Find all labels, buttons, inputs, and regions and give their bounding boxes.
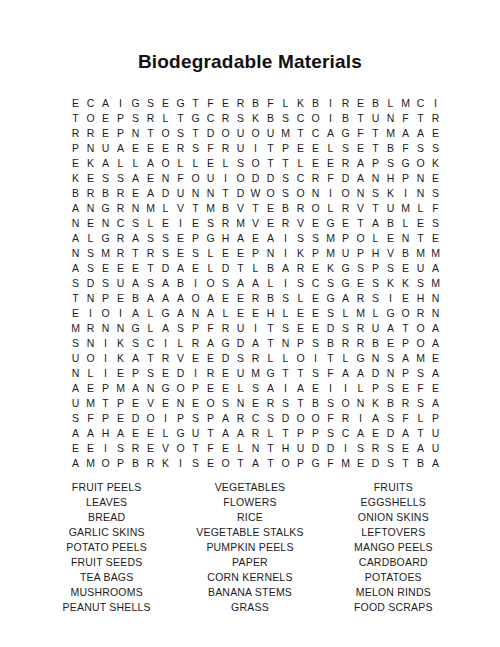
grid-cell-r14c7: A [158,290,173,305]
grid-cell-r9c2: E [83,215,98,230]
grid-cell-r1c18: I [323,95,338,110]
grid-cell-r13c20: E [353,275,368,290]
grid-cell-r24c3: I [98,440,113,455]
grid-cell-r12c5: E [128,260,143,275]
grid-cell-r6c15: S [278,170,293,185]
grid-cell-r2c14: B [263,110,278,125]
grid-cell-r17c6: C [143,335,158,350]
grid-cell-r21c13: E [248,395,263,410]
grid-cell-r2c18: I [323,110,338,125]
grid-cell-r4c5: E [128,140,143,155]
grid-cell-r13c13: A [248,275,263,290]
grid-cell-r19c19: A [338,365,353,380]
grid-cell-r6c2: E [83,170,98,185]
grid-cell-r10c16: S [293,230,308,245]
grid-cell-r10c6: S [143,230,158,245]
word-list-column3: FRUITSEGGSHELLSONION SKINSLEFTOVERSMANGO… [322,480,465,615]
word-item: FOOD SCRAPS [322,600,465,615]
grid-cell-r10c12: A [233,230,248,245]
grid-cell-r17c7: I [158,335,173,350]
grid-cell-r9c22: B [383,215,398,230]
grid-cell-r2c13: K [248,110,263,125]
grid-cell-r14c3: P [98,290,113,305]
grid-cell-r7c7: D [158,185,173,200]
grid-cell-r11c5: T [128,245,143,260]
grid-cell-r21c8: N [173,395,188,410]
grid-cell-r24c10: F [203,440,218,455]
grid-cell-r7c3: B [98,185,113,200]
grid-cell-r7c13: W [248,185,263,200]
grid-cell-r2c9: G [188,110,203,125]
grid-cell-r7c10: N [203,185,218,200]
grid-cell-r9c9: E [188,215,203,230]
grid-cell-r22c2: F [83,410,98,425]
grid-cell-r18c8: V [173,350,188,365]
grid-cell-r8c9: T [188,200,203,215]
grid-cell-r12c21: P [368,260,383,275]
grid-cell-r19c10: R [203,365,218,380]
grid-cell-r24c25: U [428,440,443,455]
grid-cell-r12c25: A [428,260,443,275]
grid-cell-r19c6: S [143,365,158,380]
grid-cell-r8c13: T [248,200,263,215]
word-item: TEA BAGS [35,570,178,585]
grid-cell-r1c10: F [203,95,218,110]
word-item: LEFTOVERS [322,525,465,540]
word-item: GRASS [178,600,321,615]
grid-cell-r24c24: A [413,440,428,455]
grid-cell-r8c11: B [218,200,233,215]
grid-cell-r14c22: I [383,290,398,305]
grid-cell-r14c8: A [173,290,188,305]
grid-cell-r17c10: A [203,335,218,350]
grid-cell-r5c2: K [83,155,98,170]
grid-cell-r4c7: E [158,140,173,155]
grid-cell-r4c12: U [233,140,248,155]
grid-cell-r25c19: M [338,455,353,470]
grid-cell-r3c22: M [383,125,398,140]
grid-cell-r13c14: L [263,275,278,290]
grid-cell-r2c7: L [158,110,173,125]
grid-cell-r19c20: A [353,365,368,380]
grid-cell-r3c2: R [83,125,98,140]
grid-cell-r13c21: S [368,275,383,290]
grid-cell-r9c4: C [113,215,128,230]
grid-cell-r9c23: L [398,215,413,230]
grid-cell-r13c7: A [158,275,173,290]
grid-cell-r17c22: E [383,335,398,350]
grid-cell-r13c4: U [113,275,128,290]
grid-cell-r6c19: D [338,170,353,185]
grid-cell-r3c7: O [158,125,173,140]
grid-cell-r21c12: N [233,395,248,410]
grid-cell-r20c5: A [128,380,143,395]
grid-cell-r22c3: P [98,410,113,425]
grid-cell-r6c6: E [143,170,158,185]
grid-cell-r17c12: D [233,335,248,350]
grid-cell-r4c6: E [143,140,158,155]
grid-cell-r23c17: P [308,425,323,440]
grid-cell-r25c6: R [143,455,158,470]
grid-cell-r2c6: R [143,110,158,125]
grid-cell-r7c18: I [323,185,338,200]
grid-cell-r23c19: C [338,425,353,440]
grid-cell-r2c24: T [413,110,428,125]
grid-cell-r10c1: A [68,230,83,245]
grid-cell-r16c11: R [218,320,233,335]
grid-cell-r11c20: P [353,245,368,260]
grid-cell-r4c9: S [188,140,203,155]
grid-cell-r22c4: E [113,410,128,425]
grid-cell-r12c4: E [113,260,128,275]
grid-cell-r16c25: A [428,320,443,335]
word-item: BREAD [35,510,178,525]
grid-cell-r7c6: A [143,185,158,200]
grid-cell-r22c25: P [428,410,443,425]
grid-cell-r7c16: O [293,185,308,200]
grid-cell-r15c23: O [398,305,413,320]
grid-cell-r3c24: A [413,125,428,140]
grid-cell-r18c6: T [143,350,158,365]
grid-cell-r3c18: A [323,125,338,140]
grid-cell-r20c17: E [308,380,323,395]
grid-cell-r1c13: B [248,95,263,110]
grid-cell-r22c18: F [323,410,338,425]
grid-cell-r21c24: S [413,395,428,410]
grid-cell-r9c7: E [158,215,173,230]
grid-cell-r15c16: E [293,305,308,320]
grid-cell-r4c16: E [293,140,308,155]
grid-cell-r24c9: T [188,440,203,455]
word-item: FLOWERS [178,495,321,510]
grid-cell-r16c3: N [98,320,113,335]
grid-cell-r24c19: I [338,440,353,455]
grid-cell-r21c16: T [293,395,308,410]
grid-cell-r24c21: R [368,440,383,455]
grid-cell-r14c6: A [143,290,158,305]
grid-cell-r19c18: F [323,365,338,380]
grid-cell-r12c6: T [143,260,158,275]
grid-cell-r16c15: S [278,320,293,335]
word-item: FRUIT PEELS [35,480,178,495]
grid-cell-r12c10: L [203,260,218,275]
grid-cell-r9c12: M [233,215,248,230]
grid-cell-r6c10: U [203,170,218,185]
grid-cell-r5c10: E [203,155,218,170]
grid-cell-r15c24: R [413,305,428,320]
word-item: PEANUT SHELLS [35,600,178,615]
grid-cell-r19c22: N [383,365,398,380]
grid-cell-r11c6: R [143,245,158,260]
grid-cell-r15c13: E [248,305,263,320]
grid-cell-r3c6: T [143,125,158,140]
grid-cell-r10c10: G [203,230,218,245]
grid-cell-r1c17: B [308,95,323,110]
grid-cell-r1c16: K [293,95,308,110]
grid-cell-r4c23: F [398,140,413,155]
grid-cell-r18c13: R [248,350,263,365]
grid-cell-r23c10: T [203,425,218,440]
grid-cell-r12c14: B [263,260,278,275]
grid-cell-r21c20: N [353,395,368,410]
grid-cell-r24c13: N [248,440,263,455]
grid-cell-r15c19: L [338,305,353,320]
word-list-column2: VEGETABLESFLOWERSRICEVEGETABLE STALKSPUM… [178,480,321,615]
grid-cell-r22c22: S [383,410,398,425]
grid-cell-r6c24: N [413,170,428,185]
grid-cell-r4c21: T [368,140,383,155]
grid-cell-r8c24: L [413,200,428,215]
grid-cell-r14c4: E [113,290,128,305]
grid-cell-r8c21: T [368,200,383,215]
grid-cell-r21c25: A [428,395,443,410]
grid-cell-r25c20: E [353,455,368,470]
grid-cell-r24c12: L [233,440,248,455]
grid-cell-r21c6: V [143,395,158,410]
grid-cell-r22c9: S [188,410,203,425]
grid-cell-r3c25: E [428,125,443,140]
grid-cell-r3c16: T [293,125,308,140]
grid-cell-r6c12: O [233,170,248,185]
grid-cell-r8c19: R [338,200,353,215]
grid-cell-r23c4: A [113,425,128,440]
grid-cell-r21c3: T [98,395,113,410]
grid-cell-r20c18: I [323,380,338,395]
grid-cell-r4c22: B [383,140,398,155]
grid-cell-r15c25: N [428,305,443,320]
grid-cell-r9c5: S [128,215,143,230]
grid-cell-r10c22: E [383,230,398,245]
word-item: CARDBOARD [322,555,465,570]
grid-cell-r19c7: E [158,365,173,380]
word-item: GARLIC SKINS [35,525,178,540]
grid-cell-r11c3: M [98,245,113,260]
grid-cell-r3c8: S [173,125,188,140]
grid-cell-r5c18: E [323,155,338,170]
grid-cell-r20c20: L [353,380,368,395]
grid-cell-r5c24: O [413,155,428,170]
grid-cell-r16c14: T [263,320,278,335]
grid-cell-r6c20: A [353,170,368,185]
grid-cell-r19c11: E [218,365,233,380]
grid-cell-r21c4: P [113,395,128,410]
grid-cell-r7c17: N [308,185,323,200]
grid-cell-r17c5: S [128,335,143,350]
grid-cell-r14c10: A [203,290,218,305]
grid-cell-r11c7: S [158,245,173,260]
grid-cell-r19c2: L [83,365,98,380]
grid-cell-r19c15: T [278,365,293,380]
grid-cell-r16c7: A [158,320,173,335]
grid-cell-r25c23: T [398,455,413,470]
grid-cell-r10c25: E [428,230,443,245]
grid-cell-r2c17: O [308,110,323,125]
grid-cell-r5c8: L [173,155,188,170]
grid-cell-r25c14: T [263,455,278,470]
grid-cell-r16c19: S [338,320,353,335]
grid-cell-r17c23: P [398,335,413,350]
grid-cell-r5c5: L [128,155,143,170]
grid-cell-r9c1: N [68,215,83,230]
grid-cell-r2c19: B [338,110,353,125]
grid-cell-r16c5: G [128,320,143,335]
grid-cell-r9c25: S [428,215,443,230]
grid-cell-r25c1: A [68,455,83,470]
grid-cell-r23c16: P [293,425,308,440]
grid-cell-r23c9: U [188,425,203,440]
grid-cell-r3c21: T [368,125,383,140]
grid-cell-r25c8: I [173,455,188,470]
grid-cell-r13c24: S [413,275,428,290]
grid-cell-r3c11: O [218,125,233,140]
grid-cell-r15c1: E [68,305,83,320]
grid-cell-r7c12: D [233,185,248,200]
grid-cell-r25c9: S [188,455,203,470]
grid-cell-r1c23: M [398,95,413,110]
grid-cell-r4c13: I [248,140,263,155]
grid-cell-r23c1: A [68,425,83,440]
grid-cell-r2c11: R [218,110,233,125]
grid-cell-r12c19: G [338,260,353,275]
grid-cell-r16c20: R [353,320,368,335]
grid-cell-r14c2: N [83,290,98,305]
grid-cell-r18c7: R [158,350,173,365]
grid-cell-r19c9: I [188,365,203,380]
grid-cell-r2c5: S [128,110,143,125]
grid-cell-r13c19: G [338,275,353,290]
grid-cell-r9c20: T [353,215,368,230]
grid-cell-r2c10: C [203,110,218,125]
grid-cell-r5c25: K [428,155,443,170]
grid-cell-r4c10: F [203,140,218,155]
grid-cell-r14c12: E [233,290,248,305]
grid-cell-r24c5: R [128,440,143,455]
grid-cell-r13c2: D [83,275,98,290]
grid-cell-r12c3: E [98,260,113,275]
grid-cell-r20c7: G [158,380,173,395]
grid-cell-r21c21: K [368,395,383,410]
grid-cell-r8c5: N [128,200,143,215]
grid-cell-r8c25: F [428,200,443,215]
word-item: RICE [178,510,321,525]
grid-cell-r13c10: O [203,275,218,290]
grid-cell-r15c9: N [188,305,203,320]
grid-cell-r6c7: N [158,170,173,185]
grid-cell-r25c3: O [98,455,113,470]
grid-cell-r18c21: N [368,350,383,365]
grid-cell-r13c16: S [293,275,308,290]
grid-cell-r9c18: G [323,215,338,230]
word-lists: FRUIT PEELSLEAVESBREADGARLIC SKINSPOTATO… [35,480,465,615]
grid-cell-r13c9: I [188,275,203,290]
grid-cell-r16c22: A [383,320,398,335]
word-item: FRUITS [322,480,465,495]
grid-cell-r20c19: I [338,380,353,395]
grid-cell-r16c21: U [368,320,383,335]
grid-cell-r5c22: S [383,155,398,170]
grid-cell-r8c1: A [68,200,83,215]
word-item: MUSHROOMS [35,585,178,600]
grid-cell-r3c12: U [233,125,248,140]
grid-cell-r17c25: A [428,335,443,350]
grid-cell-r17c24: O [413,335,428,350]
grid-cell-r16c9: P [188,320,203,335]
grid-cell-r15c4: I [113,305,128,320]
grid-cell-r12c17: E [308,260,323,275]
grid-cell-r25c16: P [293,455,308,470]
grid-cell-r25c17: G [308,455,323,470]
grid-cell-r10c7: S [158,230,173,245]
grid-cell-r5c20: A [353,155,368,170]
grid-cell-r7c11: T [218,185,233,200]
grid-cell-r18c14: L [263,350,278,365]
grid-cell-r2c15: S [278,110,293,125]
grid-cell-r5c15: T [278,155,293,170]
grid-cell-r17c21: B [368,335,383,350]
grid-cell-r20c21: P [368,380,383,395]
grid-cell-r6c3: S [98,170,113,185]
grid-cell-r18c25: E [428,350,443,365]
grid-cell-r10c2: L [83,230,98,245]
grid-cell-r18c2: O [83,350,98,365]
grid-cell-r14c13: R [248,290,263,305]
grid-cell-r25c2: M [83,455,98,470]
grid-cell-r4c14: T [263,140,278,155]
grid-cell-r14c18: G [323,290,338,305]
grid-cell-r24c4: S [113,440,128,455]
grid-cell-r2c4: P [113,110,128,125]
grid-cell-r22c13: C [248,410,263,425]
grid-cell-r11c11: E [218,245,233,260]
grid-cell-r4c18: L [323,140,338,155]
grid-cell-r7c25: S [428,185,443,200]
grid-cell-r17c20: R [353,335,368,350]
grid-cell-r22c24: L [413,410,428,425]
grid-cell-r16c4: N [113,320,128,335]
word-item: POTATO PEELS [35,540,178,555]
grid-cell-r13c18: S [323,275,338,290]
grid-cell-r19c16: T [293,365,308,380]
grid-cell-r9c21: A [368,215,383,230]
grid-cell-r22c12: R [233,410,248,425]
grid-cell-r20c12: L [233,380,248,395]
grid-cell-r1c11: E [218,95,233,110]
grid-cell-r5c7: O [158,155,173,170]
grid-cell-r19c5: P [128,365,143,380]
grid-cell-r18c9: E [188,350,203,365]
grid-cell-r15c15: L [278,305,293,320]
word-item: LEAVES [35,495,178,510]
grid-cell-r23c21: E [368,425,383,440]
grid-cell-r18c5: A [128,350,143,365]
grid-cell-r11c12: E [233,245,248,260]
grid-cell-r19c1: N [68,365,83,380]
grid-cell-r2c3: E [98,110,113,125]
grid-cell-r11c9: S [188,245,203,260]
grid-cell-r16c6: L [143,320,158,335]
grid-cell-r21c11: S [218,395,233,410]
grid-cell-r1c19: R [338,95,353,110]
grid-cell-r3c13: O [248,125,263,140]
grid-cell-r5c13: O [248,155,263,170]
grid-cell-r23c13: R [248,425,263,440]
grid-cell-r17c13: A [248,335,263,350]
grid-cell-r23c6: E [143,425,158,440]
grid-cell-r14c25: N [428,290,443,305]
word-item: VEGETABLE STALKS [178,525,321,540]
grid-cell-r7c22: K [383,185,398,200]
word-item: CORN KERNELS [178,570,321,585]
